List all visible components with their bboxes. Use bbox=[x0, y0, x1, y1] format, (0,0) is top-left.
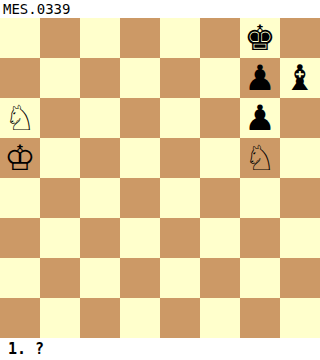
square-d7[interactable] bbox=[120, 58, 160, 98]
square-g4[interactable] bbox=[240, 178, 280, 218]
square-d6[interactable] bbox=[120, 98, 160, 138]
square-f4[interactable] bbox=[200, 178, 240, 218]
square-a3[interactable] bbox=[0, 218, 40, 258]
square-h6[interactable] bbox=[280, 98, 320, 138]
square-h1[interactable] bbox=[280, 298, 320, 338]
square-c5[interactable] bbox=[80, 138, 120, 178]
square-a8[interactable] bbox=[0, 18, 40, 58]
square-h2[interactable] bbox=[280, 258, 320, 298]
square-b2[interactable] bbox=[40, 258, 80, 298]
piece-white-knight: ♘ bbox=[244, 138, 275, 178]
square-c3[interactable] bbox=[80, 218, 120, 258]
square-d3[interactable] bbox=[120, 218, 160, 258]
square-g1[interactable] bbox=[240, 298, 280, 338]
chess-board: ♚♟♝♘♟♔♘ bbox=[0, 18, 320, 338]
square-c8[interactable] bbox=[80, 18, 120, 58]
square-b7[interactable] bbox=[40, 58, 80, 98]
square-d2[interactable] bbox=[120, 258, 160, 298]
square-b4[interactable] bbox=[40, 178, 80, 218]
square-e6[interactable] bbox=[160, 98, 200, 138]
square-e8[interactable] bbox=[160, 18, 200, 58]
square-b3[interactable] bbox=[40, 218, 80, 258]
puzzle-id-title: MES.0339 bbox=[0, 0, 320, 18]
square-a6[interactable]: ♘ bbox=[0, 98, 40, 138]
square-h5[interactable] bbox=[280, 138, 320, 178]
square-e2[interactable] bbox=[160, 258, 200, 298]
square-a5[interactable]: ♔ bbox=[0, 138, 40, 178]
square-h8[interactable] bbox=[280, 18, 320, 58]
square-a2[interactable] bbox=[0, 258, 40, 298]
square-c1[interactable] bbox=[80, 298, 120, 338]
square-g6[interactable]: ♟ bbox=[240, 98, 280, 138]
square-f2[interactable] bbox=[200, 258, 240, 298]
square-e3[interactable] bbox=[160, 218, 200, 258]
move-prompt: 1. ? bbox=[0, 338, 320, 360]
square-h7[interactable]: ♝ bbox=[280, 58, 320, 98]
piece-black-pawn: ♟ bbox=[244, 58, 275, 98]
square-g7[interactable]: ♟ bbox=[240, 58, 280, 98]
piece-black-pawn: ♟ bbox=[244, 98, 275, 138]
piece-black-king: ♚ bbox=[244, 18, 275, 58]
square-f7[interactable] bbox=[200, 58, 240, 98]
square-e1[interactable] bbox=[160, 298, 200, 338]
square-d8[interactable] bbox=[120, 18, 160, 58]
square-c7[interactable] bbox=[80, 58, 120, 98]
square-f5[interactable] bbox=[200, 138, 240, 178]
square-e7[interactable] bbox=[160, 58, 200, 98]
square-a1[interactable] bbox=[0, 298, 40, 338]
square-c4[interactable] bbox=[80, 178, 120, 218]
square-d5[interactable] bbox=[120, 138, 160, 178]
square-b1[interactable] bbox=[40, 298, 80, 338]
square-e4[interactable] bbox=[160, 178, 200, 218]
square-d4[interactable] bbox=[120, 178, 160, 218]
square-f8[interactable] bbox=[200, 18, 240, 58]
square-f1[interactable] bbox=[200, 298, 240, 338]
piece-white-knight: ♘ bbox=[4, 98, 35, 138]
square-g8[interactable]: ♚ bbox=[240, 18, 280, 58]
square-f6[interactable] bbox=[200, 98, 240, 138]
piece-white-king: ♔ bbox=[4, 138, 35, 178]
square-g3[interactable] bbox=[240, 218, 280, 258]
square-f3[interactable] bbox=[200, 218, 240, 258]
square-g2[interactable] bbox=[240, 258, 280, 298]
square-h4[interactable] bbox=[280, 178, 320, 218]
square-b8[interactable] bbox=[40, 18, 80, 58]
square-c6[interactable] bbox=[80, 98, 120, 138]
square-h3[interactable] bbox=[280, 218, 320, 258]
square-e5[interactable] bbox=[160, 138, 200, 178]
square-a7[interactable] bbox=[0, 58, 40, 98]
square-g5[interactable]: ♘ bbox=[240, 138, 280, 178]
square-b6[interactable] bbox=[40, 98, 80, 138]
piece-black-bishop: ♝ bbox=[284, 58, 315, 98]
square-a4[interactable] bbox=[0, 178, 40, 218]
square-b5[interactable] bbox=[40, 138, 80, 178]
square-c2[interactable] bbox=[80, 258, 120, 298]
square-d1[interactable] bbox=[120, 298, 160, 338]
